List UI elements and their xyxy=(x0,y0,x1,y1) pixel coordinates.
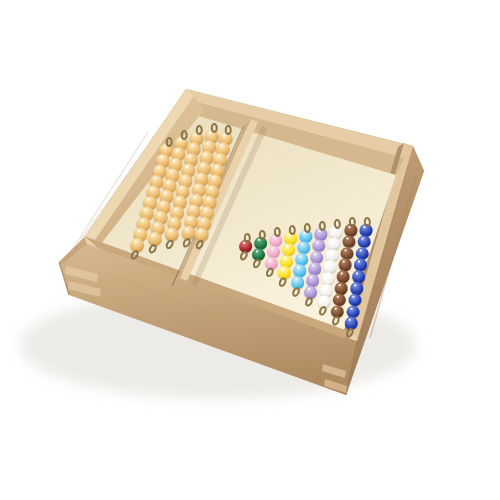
wire-loop-bottom xyxy=(317,305,328,317)
wire-loop-top xyxy=(224,125,231,135)
wire-loop-top xyxy=(348,217,356,228)
wire-loop-bottom xyxy=(164,238,175,250)
wire-loop-top xyxy=(243,233,251,243)
photo-stage xyxy=(0,0,500,500)
wire-loop-bottom xyxy=(251,258,262,270)
wire-loop-bottom xyxy=(330,315,341,327)
wire-loop-top xyxy=(363,217,371,228)
wire-loop-bottom xyxy=(303,295,314,307)
wire-loop-top xyxy=(333,219,341,230)
wire-loop-top xyxy=(258,230,266,240)
wire-loop-top xyxy=(288,225,296,235)
wire-loop-top xyxy=(165,137,173,147)
wire-loop-top xyxy=(318,221,326,231)
wire-loop-top xyxy=(210,123,217,133)
wire-loop-bottom xyxy=(129,249,140,261)
wire-loop-bottom xyxy=(264,266,275,278)
wire-loop-top xyxy=(180,130,187,140)
wire-loop-bottom xyxy=(290,286,301,298)
wire-loop-bottom xyxy=(277,276,288,288)
wire-loop-bottom xyxy=(147,243,158,255)
wire-loop-top xyxy=(273,227,281,237)
wire-loop-bottom xyxy=(181,237,192,249)
wire-loop-top xyxy=(303,223,311,233)
wire-loop-bottom xyxy=(344,327,355,339)
wire-loop-bottom xyxy=(194,238,205,250)
wire-loop-bottom xyxy=(238,249,249,261)
wire-loop-top xyxy=(195,125,202,135)
